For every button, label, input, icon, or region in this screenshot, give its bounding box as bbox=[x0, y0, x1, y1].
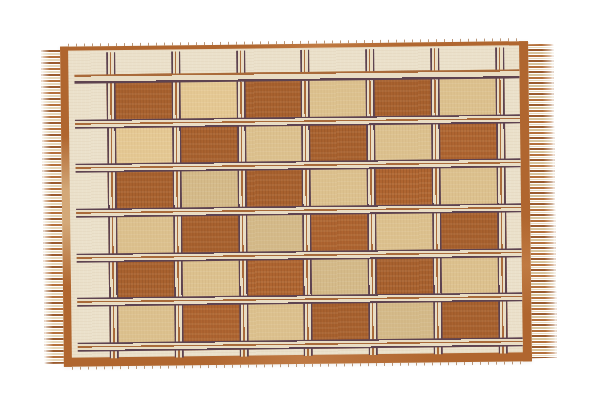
rug-square-c4 bbox=[240, 164, 307, 211]
product-photo-scene bbox=[0, 0, 600, 410]
kilim-rug bbox=[60, 41, 532, 367]
rug-square-d4 bbox=[307, 163, 374, 210]
rug-square-e4 bbox=[373, 163, 440, 210]
right-fringe-tassels bbox=[528, 44, 557, 358]
rug-square-a4 bbox=[108, 166, 175, 213]
rug-square-b4 bbox=[174, 165, 241, 212]
